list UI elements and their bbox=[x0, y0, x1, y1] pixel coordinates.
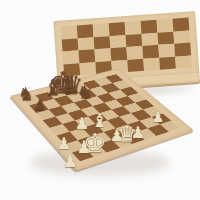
dark-square bbox=[78, 49, 95, 63]
dark-square bbox=[173, 18, 190, 32]
dark-square bbox=[109, 22, 126, 36]
light-square bbox=[126, 46, 143, 60]
light-square bbox=[175, 55, 192, 69]
dark-square bbox=[77, 24, 94, 38]
light-square bbox=[141, 32, 158, 46]
closed-box-top bbox=[53, 11, 199, 83]
dark-square bbox=[159, 56, 176, 70]
dark-square bbox=[141, 20, 158, 34]
light-square bbox=[79, 62, 96, 76]
light-square bbox=[143, 57, 160, 71]
light-square bbox=[125, 21, 142, 35]
dark-square bbox=[142, 45, 159, 59]
light-square bbox=[110, 35, 127, 49]
light-square bbox=[173, 30, 190, 44]
dark-square bbox=[94, 36, 111, 50]
dark-square bbox=[62, 38, 79, 52]
light-square bbox=[63, 50, 80, 64]
light-square bbox=[158, 44, 175, 58]
dark-square bbox=[127, 58, 144, 72]
light-square bbox=[93, 23, 110, 37]
light-square bbox=[61, 25, 78, 39]
light-square bbox=[78, 37, 95, 51]
closed-box-checkerboard bbox=[61, 18, 192, 77]
dark-square bbox=[110, 47, 127, 61]
dark-square bbox=[63, 63, 80, 77]
light-square bbox=[94, 48, 111, 62]
dark-square bbox=[126, 33, 143, 47]
chess-set-product-photo: ♚♛♝♞♞♟♟♝♟♟♟♛♟♟♚♟ bbox=[0, 0, 200, 200]
dark-square bbox=[157, 31, 174, 45]
dark-square bbox=[174, 43, 191, 57]
light-square bbox=[157, 19, 174, 33]
